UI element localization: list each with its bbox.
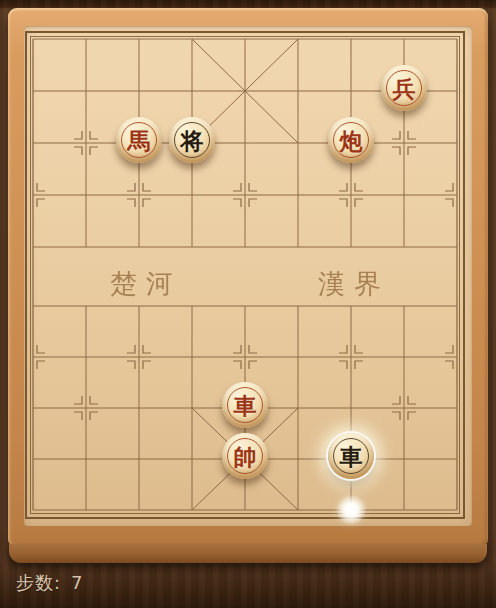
piece-glyph: 兵 <box>393 77 416 100</box>
river-label-left: 楚河 <box>110 268 182 299</box>
piece-black-chariot[interactable]: 車 <box>328 433 374 479</box>
step-counter: 步数:7 <box>16 571 84 595</box>
piece-glyph: 車 <box>340 445 363 468</box>
board-frame-front-edge <box>9 544 487 563</box>
step-counter-label: 步数: <box>16 572 61 593</box>
step-counter-value: 7 <box>71 572 83 593</box>
piece-red-cannon[interactable]: 炮 <box>328 117 374 163</box>
piece-red-horse[interactable]: 馬 <box>116 117 162 163</box>
piece-red-chariot[interactable]: 車 <box>222 382 268 428</box>
piece-red-soldier[interactable]: 兵 <box>381 65 427 111</box>
piece-glyph: 馬 <box>128 129 151 152</box>
move-origin-orb <box>336 495 366 525</box>
piece-glyph: 車 <box>234 394 257 417</box>
game-screen: 楚河 漢界 兵馬将炮車帥車 步数:7 <box>0 0 496 608</box>
piece-glyph: 炮 <box>340 129 363 152</box>
piece-glyph: 帥 <box>234 445 257 468</box>
piece-red-general[interactable]: 帥 <box>222 433 268 479</box>
piece-black-general[interactable]: 将 <box>169 117 215 163</box>
piece-glyph: 将 <box>181 129 204 152</box>
river-label-right: 漢界 <box>318 268 390 299</box>
